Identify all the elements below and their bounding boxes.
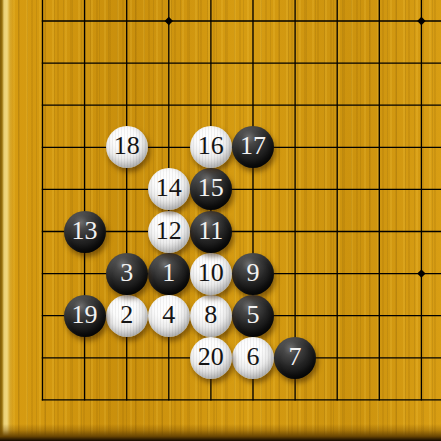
go-board: 1234567891011121314151617181920: [0, 0, 441, 441]
stone-move-number: 15: [198, 175, 224, 201]
stone-20-white-E2[interactable]: 20: [190, 337, 232, 379]
stone-6-white-F2[interactable]: 6: [232, 337, 274, 379]
stone-move-number: 9: [246, 260, 259, 286]
stone-move-number: 13: [72, 218, 98, 244]
stone-move-number: 2: [120, 302, 133, 328]
stone-18-white-C7[interactable]: 18: [106, 126, 148, 168]
stone-move-number: 12: [156, 218, 182, 244]
stone-move-number: 1: [162, 260, 175, 286]
stone-move-number: 3: [120, 260, 133, 286]
stone-7-black-G2[interactable]: 7: [274, 337, 316, 379]
stone-move-number: 5: [246, 302, 259, 328]
stone-5-black-F3[interactable]: 5: [232, 295, 274, 337]
stone-19-black-B3[interactable]: 19: [64, 295, 106, 337]
stone-12-white-D5[interactable]: 12: [148, 211, 190, 253]
stone-move-number: 17: [240, 133, 266, 159]
stone-move-number: 4: [162, 302, 175, 328]
stone-9-black-F4[interactable]: 9: [232, 253, 274, 295]
stone-13-black-B5[interactable]: 13: [64, 211, 106, 253]
stone-move-number: 11: [198, 218, 223, 244]
stone-4-white-D3[interactable]: 4: [148, 295, 190, 337]
stone-14-white-D6[interactable]: 14: [148, 168, 190, 210]
stone-move-number: 20: [198, 344, 224, 370]
stone-move-number: 10: [198, 260, 224, 286]
stone-15-black-E6[interactable]: 15: [190, 168, 232, 210]
stone-2-white-C3[interactable]: 2: [106, 295, 148, 337]
stone-move-number: 7: [289, 344, 302, 370]
stone-move-number: 18: [114, 133, 140, 159]
stone-16-white-E7[interactable]: 16: [190, 126, 232, 168]
stone-1-black-D4[interactable]: 1: [148, 253, 190, 295]
stone-move-number: 19: [72, 302, 98, 328]
stone-17-black-F7[interactable]: 17: [232, 126, 274, 168]
stone-3-black-C4[interactable]: 3: [106, 253, 148, 295]
stone-10-white-E4[interactable]: 10: [190, 253, 232, 295]
board-intersections-grid[interactable]: 1234567891011121314151617181920: [21, 0, 441, 421]
stone-move-number: 14: [156, 175, 182, 201]
stone-move-number: 6: [246, 344, 259, 370]
stone-move-number: 16: [198, 133, 224, 159]
stone-move-number: 8: [204, 302, 217, 328]
stone-11-black-E5[interactable]: 11: [190, 211, 232, 253]
stone-8-white-E3[interactable]: 8: [190, 295, 232, 337]
